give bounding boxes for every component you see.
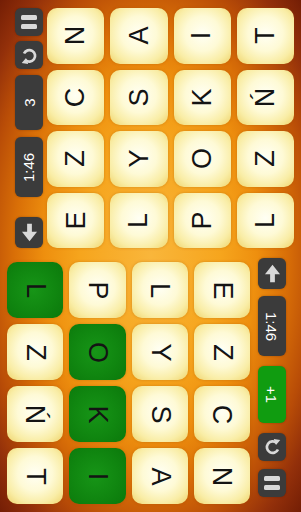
letter-tile[interactable]: P <box>69 262 125 318</box>
letter-tile[interactable]: N <box>194 448 250 504</box>
top-player-controls: 3 1:46 <box>15 8 43 256</box>
letter-tile[interactable]: Ń <box>7 386 63 442</box>
game-screen: 3 1:46 NAITCSKŃZYOZELPL LPLEZOYZŃKSCTIAN… <box>0 0 301 512</box>
letter-tile[interactable]: C <box>194 386 250 442</box>
top-player-half: 3 1:46 NAITCSKŃZYOZELPL <box>0 0 301 256</box>
pause-icon <box>21 15 37 29</box>
submit-arrow-button[interactable] <box>15 217 43 248</box>
letter-tile[interactable]: Z <box>237 131 294 187</box>
tile-letter: A <box>146 467 173 485</box>
bottom-player-half: LPLEZOYZŃKSCTIAN 1:46 +1 <box>0 256 301 512</box>
letter-tile[interactable]: O <box>174 131 231 187</box>
score-display: 3 <box>15 75 43 130</box>
tile-letter: S <box>146 405 173 423</box>
letter-tile[interactable]: S <box>132 386 188 442</box>
submit-arrow-button[interactable] <box>258 258 286 289</box>
timer-display: 1:46 <box>15 137 43 197</box>
up-arrow-icon <box>263 263 282 284</box>
letter-tile-selected[interactable]: I <box>69 448 125 504</box>
letter-tile[interactable]: Z <box>7 324 63 380</box>
pause-button[interactable] <box>258 469 286 497</box>
restart-button[interactable] <box>258 433 286 461</box>
timer-display: 1:46 <box>258 296 286 356</box>
tile-letter: O <box>189 148 216 169</box>
restart-button[interactable] <box>15 41 43 69</box>
tile-letter: O <box>84 341 111 362</box>
letter-tile-selected[interactable]: K <box>69 386 125 442</box>
bottom-player-controls: 1:46 +1 <box>258 258 286 512</box>
top-letter-board: NAITCSKŃZYOZELPL <box>47 8 294 248</box>
tile-letter: L <box>146 282 173 297</box>
tile-letter: K <box>84 405 111 423</box>
tile-letter: T <box>22 468 49 485</box>
letter-tile[interactable]: C <box>47 70 104 126</box>
letter-tile[interactable]: Z <box>47 131 104 187</box>
letter-tile[interactable]: A <box>110 8 167 64</box>
letter-tile[interactable]: P <box>174 193 231 249</box>
tile-letter: Y <box>125 150 152 168</box>
letter-tile-selected[interactable]: O <box>69 324 125 380</box>
tile-letter: Z <box>62 151 89 168</box>
tile-letter: L <box>252 213 279 228</box>
letter-tile[interactable]: Y <box>132 324 188 380</box>
tile-letter: Ń <box>22 404 49 424</box>
letter-tile[interactable]: S <box>110 70 167 126</box>
tile-letter: Z <box>252 151 279 168</box>
tile-letter: P <box>84 281 111 299</box>
letter-tile[interactable]: L <box>132 262 188 318</box>
rotate-arrow-icon <box>263 438 282 457</box>
letter-tile[interactable]: Y <box>110 131 167 187</box>
rotate-arrow-icon <box>20 46 39 65</box>
tile-letter: E <box>62 211 89 229</box>
tile-letter: S <box>125 88 152 106</box>
tile-letter: Y <box>146 343 173 361</box>
letter-tile[interactable]: L <box>110 193 167 249</box>
letter-tile[interactable]: Z <box>194 324 250 380</box>
letter-tile[interactable]: N <box>47 8 104 64</box>
letter-tile[interactable]: I <box>174 8 231 64</box>
tile-letter: Z <box>22 344 49 361</box>
score-delta-badge: +1 <box>258 366 286 423</box>
letter-tile[interactable]: T <box>237 8 294 64</box>
letter-tile-selected[interactable]: L <box>7 262 63 318</box>
tile-letter: I <box>189 32 216 40</box>
tile-letter: K <box>189 88 216 106</box>
tile-letter: N <box>208 466 235 486</box>
tile-letter: I <box>84 472 111 480</box>
letter-tile[interactable]: E <box>194 262 250 318</box>
tile-letter: A <box>125 27 152 45</box>
pause-icon <box>264 476 280 490</box>
letter-tile[interactable]: K <box>174 70 231 126</box>
tile-letter: L <box>22 282 49 297</box>
letter-tile[interactable]: L <box>237 193 294 249</box>
tile-letter: L <box>125 213 152 228</box>
tile-letter: Ń <box>252 88 279 108</box>
down-arrow-icon <box>20 222 39 243</box>
letter-tile[interactable]: Ń <box>237 70 294 126</box>
tile-letter: P <box>189 211 216 229</box>
tile-letter: N <box>62 26 89 46</box>
tile-letter: Z <box>208 344 235 361</box>
letter-tile[interactable]: E <box>47 193 104 249</box>
pause-button[interactable] <box>15 8 43 36</box>
tile-letter: T <box>252 28 279 45</box>
letter-tile[interactable]: T <box>7 448 63 504</box>
bottom-letter-board: LPLEZOYZŃKSCTIAN <box>7 262 250 504</box>
tile-letter: E <box>208 281 235 299</box>
letter-tile[interactable]: A <box>132 448 188 504</box>
tile-letter: C <box>208 404 235 424</box>
tile-letter: C <box>62 88 89 108</box>
